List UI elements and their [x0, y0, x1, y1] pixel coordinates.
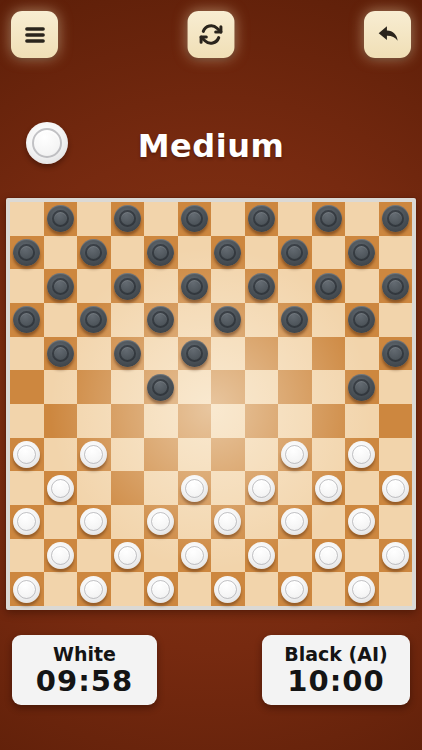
square-r8-c9[interactable] — [278, 438, 312, 472]
square-r2-c8 — [245, 236, 279, 270]
square-r12-c12 — [379, 572, 413, 606]
white-piece[interactable] — [147, 576, 174, 603]
black-piece[interactable] — [80, 239, 107, 266]
square-r6-c9[interactable] — [278, 370, 312, 404]
square-r9-c8[interactable] — [245, 471, 279, 505]
square-r1-c8[interactable] — [245, 202, 279, 236]
square-r7-c5 — [144, 404, 178, 438]
square-r5-c12[interactable] — [379, 337, 413, 371]
square-r4-c4 — [111, 303, 145, 337]
black-piece[interactable] — [382, 340, 409, 367]
square-r9-c1 — [10, 471, 44, 505]
square-r2-c5[interactable] — [144, 236, 178, 270]
restart-button[interactable] — [188, 11, 235, 58]
square-r12-c2 — [44, 572, 78, 606]
white-piece[interactable] — [147, 508, 174, 535]
square-r4-c7[interactable] — [211, 303, 245, 337]
white-piece[interactable] — [348, 576, 375, 603]
square-r11-c11 — [345, 539, 379, 573]
square-r7-c7 — [211, 404, 245, 438]
square-r2-c4 — [111, 236, 145, 270]
square-r6-c3[interactable] — [77, 370, 111, 404]
square-r2-c7[interactable] — [211, 236, 245, 270]
square-r3-c6[interactable] — [178, 269, 212, 303]
white-piece[interactable] — [315, 542, 342, 569]
black-piece[interactable] — [315, 205, 342, 232]
black-piece[interactable] — [181, 205, 208, 232]
square-r8-c3[interactable] — [77, 438, 111, 472]
square-r11-c9 — [278, 539, 312, 573]
square-r5-c11 — [345, 337, 379, 371]
square-r12-c1[interactable] — [10, 572, 44, 606]
black-piece[interactable] — [114, 205, 141, 232]
square-r1-c12[interactable] — [379, 202, 413, 236]
white-piece[interactable] — [13, 576, 40, 603]
square-r12-c4 — [111, 572, 145, 606]
square-r2-c9[interactable] — [278, 236, 312, 270]
black-piece[interactable] — [181, 340, 208, 367]
square-r1-c2[interactable] — [44, 202, 78, 236]
white-clock-time: 09:58 — [36, 665, 133, 697]
square-r8-c6 — [178, 438, 212, 472]
square-r11-c12[interactable] — [379, 539, 413, 573]
square-r10-c4 — [111, 505, 145, 539]
square-r5-c2[interactable] — [44, 337, 78, 371]
square-r11-c2[interactable] — [44, 539, 78, 573]
square-r7-c11 — [345, 404, 379, 438]
white-piece[interactable] — [315, 475, 342, 502]
square-r10-c9[interactable] — [278, 505, 312, 539]
white-clock-panel: White 09:58 — [12, 635, 157, 705]
square-r6-c4 — [111, 370, 145, 404]
white-piece[interactable] — [47, 475, 74, 502]
square-r5-c6[interactable] — [178, 337, 212, 371]
square-r2-c1[interactable] — [10, 236, 44, 270]
black-piece[interactable] — [214, 239, 241, 266]
black-piece[interactable] — [281, 306, 308, 333]
square-r11-c7 — [211, 539, 245, 573]
square-r7-c8[interactable] — [245, 404, 279, 438]
black-player-label: Black (AI) — [284, 643, 387, 665]
square-r1-c6[interactable] — [178, 202, 212, 236]
square-r4-c10 — [312, 303, 346, 337]
white-piece[interactable] — [114, 542, 141, 569]
square-r9-c2[interactable] — [44, 471, 78, 505]
black-piece[interactable] — [47, 205, 74, 232]
black-piece[interactable] — [147, 374, 174, 401]
white-piece[interactable] — [382, 475, 409, 502]
white-piece[interactable] — [348, 441, 375, 468]
square-r3-c7 — [211, 269, 245, 303]
square-r9-c7 — [211, 471, 245, 505]
square-r7-c3 — [77, 404, 111, 438]
square-r5-c3 — [77, 337, 111, 371]
square-r6-c7[interactable] — [211, 370, 245, 404]
square-r10-c8 — [245, 505, 279, 539]
white-piece[interactable] — [248, 542, 275, 569]
square-r3-c12[interactable] — [379, 269, 413, 303]
square-r3-c2[interactable] — [44, 269, 78, 303]
square-r1-c3 — [77, 202, 111, 236]
difficulty-title: Medium — [0, 124, 422, 168]
square-r3-c10[interactable] — [312, 269, 346, 303]
black-piece[interactable] — [382, 205, 409, 232]
white-piece[interactable] — [281, 508, 308, 535]
black-piece[interactable] — [147, 306, 174, 333]
square-r11-c6[interactable] — [178, 539, 212, 573]
black-piece[interactable] — [214, 306, 241, 333]
square-r10-c5[interactable] — [144, 505, 178, 539]
square-r4-c9[interactable] — [278, 303, 312, 337]
square-r8-c7[interactable] — [211, 438, 245, 472]
square-r11-c1 — [10, 539, 44, 573]
square-r6-c10 — [312, 370, 346, 404]
black-piece[interactable] — [348, 306, 375, 333]
black-piece[interactable] — [348, 239, 375, 266]
square-r7-c12[interactable] — [379, 404, 413, 438]
black-piece[interactable] — [248, 273, 275, 300]
square-r5-c1 — [10, 337, 44, 371]
square-r12-c3[interactable] — [77, 572, 111, 606]
black-piece[interactable] — [382, 273, 409, 300]
square-r5-c5 — [144, 337, 178, 371]
black-piece[interactable] — [147, 239, 174, 266]
black-piece[interactable] — [181, 273, 208, 300]
square-r9-c12[interactable] — [379, 471, 413, 505]
undo-button[interactable] — [364, 11, 411, 58]
square-r5-c7 — [211, 337, 245, 371]
refresh-icon — [199, 22, 224, 47]
square-r7-c6[interactable] — [178, 404, 212, 438]
square-r3-c9 — [278, 269, 312, 303]
white-piece[interactable] — [281, 576, 308, 603]
square-r9-c10[interactable] — [312, 471, 346, 505]
square-r4-c8 — [245, 303, 279, 337]
square-r9-c4[interactable] — [111, 471, 145, 505]
white-piece[interactable] — [181, 542, 208, 569]
square-r10-c12 — [379, 505, 413, 539]
square-r5-c4[interactable] — [111, 337, 145, 371]
square-r2-c12 — [379, 236, 413, 270]
square-r4-c5[interactable] — [144, 303, 178, 337]
square-r8-c10 — [312, 438, 346, 472]
square-r6-c6 — [178, 370, 212, 404]
square-r10-c6 — [178, 505, 212, 539]
square-r7-c2[interactable] — [44, 404, 78, 438]
black-clock-time: 10:00 — [287, 665, 384, 697]
square-r11-c8[interactable] — [245, 539, 279, 573]
black-piece[interactable] — [13, 306, 40, 333]
white-piece[interactable] — [47, 542, 74, 569]
black-piece[interactable] — [281, 239, 308, 266]
square-r10-c1[interactable] — [10, 505, 44, 539]
square-r12-c7[interactable] — [211, 572, 245, 606]
square-r2-c6 — [178, 236, 212, 270]
square-r8-c1[interactable] — [10, 438, 44, 472]
square-r3-c5 — [144, 269, 178, 303]
square-r5-c8[interactable] — [245, 337, 279, 371]
square-r10-c3[interactable] — [77, 505, 111, 539]
square-r1-c9 — [278, 202, 312, 236]
black-piece[interactable] — [47, 273, 74, 300]
square-r1-c10[interactable] — [312, 202, 346, 236]
square-r4-c6 — [178, 303, 212, 337]
square-r12-c5[interactable] — [144, 572, 178, 606]
square-r6-c8 — [245, 370, 279, 404]
square-r6-c12 — [379, 370, 413, 404]
square-r2-c2 — [44, 236, 78, 270]
square-r3-c11 — [345, 269, 379, 303]
square-r1-c1 — [10, 202, 44, 236]
square-r10-c7[interactable] — [211, 505, 245, 539]
square-r8-c11[interactable] — [345, 438, 379, 472]
white-piece[interactable] — [214, 508, 241, 535]
square-r3-c4[interactable] — [111, 269, 145, 303]
square-r12-c10 — [312, 572, 346, 606]
black-piece[interactable] — [315, 273, 342, 300]
square-r2-c10 — [312, 236, 346, 270]
square-r12-c8 — [245, 572, 279, 606]
square-r1-c7 — [211, 202, 245, 236]
square-r8-c8 — [245, 438, 279, 472]
checkers-board[interactable] — [10, 202, 412, 606]
black-piece[interactable] — [114, 273, 141, 300]
square-r11-c10[interactable] — [312, 539, 346, 573]
undo-arrow-icon — [375, 22, 401, 48]
black-clock-panel: Black (AI) 10:00 — [262, 635, 410, 705]
square-r3-c3 — [77, 269, 111, 303]
square-r12-c9[interactable] — [278, 572, 312, 606]
square-r9-c9 — [278, 471, 312, 505]
square-r9-c6[interactable] — [178, 471, 212, 505]
white-piece[interactable] — [181, 475, 208, 502]
white-piece[interactable] — [348, 508, 375, 535]
square-r4-c11[interactable] — [345, 303, 379, 337]
square-r6-c5[interactable] — [144, 370, 178, 404]
square-r2-c11[interactable] — [345, 236, 379, 270]
square-r3-c8[interactable] — [245, 269, 279, 303]
square-r1-c4[interactable] — [111, 202, 145, 236]
square-r1-c11 — [345, 202, 379, 236]
square-r11-c5 — [144, 539, 178, 573]
square-r4-c12 — [379, 303, 413, 337]
square-r11-c3 — [77, 539, 111, 573]
square-r9-c5 — [144, 471, 178, 505]
square-r8-c4 — [111, 438, 145, 472]
black-piece[interactable] — [248, 205, 275, 232]
square-r12-c6 — [178, 572, 212, 606]
white-player-label: White — [53, 643, 116, 665]
square-r9-c3 — [77, 471, 111, 505]
white-piece[interactable] — [13, 441, 40, 468]
square-r8-c2 — [44, 438, 78, 472]
square-r6-c11[interactable] — [345, 370, 379, 404]
black-piece[interactable] — [47, 340, 74, 367]
square-r10-c2 — [44, 505, 78, 539]
white-piece[interactable] — [13, 508, 40, 535]
black-piece[interactable] — [80, 306, 107, 333]
black-piece[interactable] — [13, 239, 40, 266]
square-r4-c2 — [44, 303, 78, 337]
white-piece[interactable] — [382, 542, 409, 569]
white-piece[interactable] — [214, 576, 241, 603]
square-r10-c11[interactable] — [345, 505, 379, 539]
square-r7-c9 — [278, 404, 312, 438]
square-r4-c1[interactable] — [10, 303, 44, 337]
square-r3-c1 — [10, 269, 44, 303]
square-r2-c3[interactable] — [77, 236, 111, 270]
black-piece[interactable] — [348, 374, 375, 401]
white-piece[interactable] — [80, 508, 107, 535]
menu-button[interactable] — [11, 11, 58, 58]
square-r1-c5 — [144, 202, 178, 236]
square-r4-c3[interactable] — [77, 303, 111, 337]
square-r12-c11[interactable] — [345, 572, 379, 606]
square-r9-c11 — [345, 471, 379, 505]
black-piece[interactable] — [114, 340, 141, 367]
app-screen: Medium White 09:58 Black (AI) 10:00 — [0, 0, 422, 750]
white-piece[interactable] — [80, 576, 107, 603]
white-piece[interactable] — [281, 441, 308, 468]
square-r6-c1[interactable] — [10, 370, 44, 404]
white-piece[interactable] — [80, 441, 107, 468]
square-r7-c4[interactable] — [111, 404, 145, 438]
square-r7-c10[interactable] — [312, 404, 346, 438]
white-piece[interactable] — [248, 475, 275, 502]
square-r8-c5[interactable] — [144, 438, 178, 472]
square-r8-c12 — [379, 438, 413, 472]
square-r7-c1 — [10, 404, 44, 438]
square-r5-c9 — [278, 337, 312, 371]
hamburger-menu-icon — [22, 22, 48, 48]
square-r6-c2 — [44, 370, 78, 404]
square-r11-c4[interactable] — [111, 539, 145, 573]
square-r10-c10 — [312, 505, 346, 539]
square-r5-c10[interactable] — [312, 337, 346, 371]
checkers-board-frame — [6, 198, 416, 610]
